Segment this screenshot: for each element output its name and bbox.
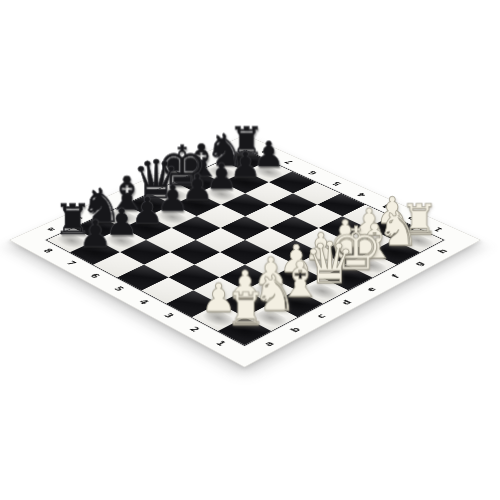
piece-shadow <box>228 176 264 193</box>
square-d5 <box>196 228 245 252</box>
coords-upper-right-edge: 87654321 <box>245 143 459 240</box>
piece-shadow <box>251 165 287 181</box>
vinyl-board-mat: 87654321 87654321 hgfedcba hgfedcba ♜♟♟♜… <box>9 134 481 367</box>
square-g7: ♟ <box>222 171 269 193</box>
piece-shadow <box>350 233 388 251</box>
square-d7: ♟ <box>148 205 197 228</box>
perspective-scene: 87654321 87654321 hgfedcba hgfedcba ♜♟♟♜… <box>0 0 500 500</box>
square-f5 <box>245 205 294 228</box>
piece-shadow <box>154 209 191 227</box>
coords-upper-left-edge: hgfedcba <box>30 143 245 240</box>
square-e7: ♟ <box>173 193 221 216</box>
chess-board: ♜♟♟♜♞♟♟♞♝♟♟♝♚♟♟♚♛♟♟♛♝♟♟♝♞♟♟♞♜♟♟♜ <box>47 150 443 345</box>
piece-shadow <box>251 282 290 302</box>
square-c7: ♟ <box>123 216 172 240</box>
square-e5 <box>221 216 270 240</box>
square-d6 <box>172 216 221 240</box>
piece-shadow <box>225 295 265 315</box>
coord-label-b: b <box>57 208 99 228</box>
square-g3 <box>319 216 368 240</box>
chess-set-product-photo: 87654321 87654321 hgfedcba hgfedcba ♜♟♟♜… <box>0 0 500 500</box>
square-e6 <box>197 205 246 228</box>
piece-shadow <box>252 309 292 330</box>
square-g4 <box>294 205 343 228</box>
piece-shadow <box>376 245 414 264</box>
square-g5 <box>269 193 317 216</box>
piece-shadow <box>179 198 215 215</box>
square-f4 <box>270 216 319 240</box>
square-f6 <box>221 193 269 216</box>
piece-shadow <box>204 187 240 204</box>
square-f7: ♟ <box>198 182 246 204</box>
piece-shadow <box>129 221 166 239</box>
square-g6 <box>245 182 293 204</box>
piece-shadow <box>103 233 140 251</box>
coord-label-e: e <box>348 277 393 300</box>
coord-label-a: a <box>31 219 73 240</box>
